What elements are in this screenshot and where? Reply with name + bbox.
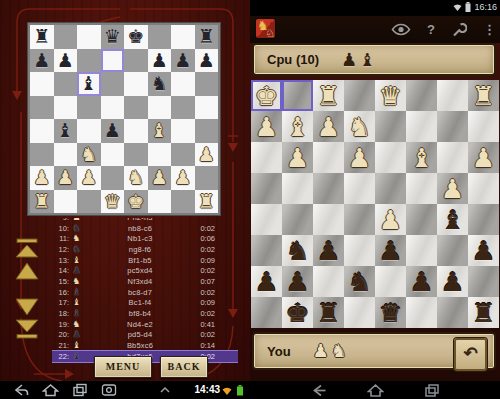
square-d2[interactable] [101,166,125,190]
square-e8[interactable]: ♚ [124,25,148,49]
scroll-back-button[interactable] [12,261,42,281]
square-h6[interactable] [195,72,219,96]
nav-back-icon[interactable] [13,383,29,397]
square-f2[interactable]: ♟ [148,166,172,190]
chess-app-icon[interactable]: ♞ ♘ [256,19,275,38]
captured-pawn-icon: ♟ [341,51,357,69]
piece-black-pawn: ♟ [379,238,402,264]
move-notation: Nb1-c3 [82,234,198,243]
square-a6[interactable]: ♟ [468,235,499,266]
move-notation: Ph2-h3 [82,218,198,222]
piece-white-pawn: ♟ [255,114,278,140]
move-list-row[interactable]: 13:♝Bf1-b50:09 [52,255,238,266]
move-list-row[interactable]: 11:♞Nb1-c30:06 [52,233,238,244]
square-d7[interactable] [375,266,406,297]
piece-black-pawn: ♟ [198,51,215,70]
piece-black-pawn: ♟ [286,269,309,295]
piece-black-knight: ♞ [348,269,371,295]
move-piece-icon: ♝ [71,256,82,265]
scroll-to-start-button[interactable] [12,238,42,258]
move-number: 15: [52,277,71,286]
piece-white-pawn: ♟ [198,145,215,164]
nav-back-icon-right[interactable] [311,383,327,398]
square-h7[interactable]: ♟ [195,49,219,73]
app-icon-pawn-glyph: ♘ [265,27,275,38]
battery-icon-left [236,385,244,396]
piece-black-bishop: ♝ [80,74,97,93]
square-h4[interactable] [251,173,282,204]
move-time: 0:02 [198,288,238,297]
piece-white-pawn: ♟ [472,145,495,171]
piece-black-pawn: ♟ [472,238,495,264]
square-d3[interactable] [375,142,406,173]
piece-white-rook: ♜ [198,192,215,211]
notification-caret-icon[interactable] [159,386,171,394]
square-f7[interactable] [313,266,344,297]
piece-black-pawn: ♟ [255,269,278,295]
piece-white-pawn: ♟ [317,114,340,140]
square-b4[interactable]: ♝ [54,119,78,143]
piece-white-bishop: ♝ [151,121,168,140]
square-c1[interactable] [406,80,437,111]
move-time: 0:02 [198,309,238,318]
move-notation: Bf1-b5 [82,256,198,265]
square-b6[interactable] [437,235,468,266]
square-c7[interactable]: ♟ [406,266,437,297]
square-b7[interactable]: ♟ [54,49,78,73]
help-icon[interactable]: ? [427,23,435,36]
square-f2[interactable]: ♟ [313,111,344,142]
square-a3[interactable] [30,143,54,167]
move-time: 0:09 [198,256,238,265]
square-b6[interactable] [54,72,78,96]
square-e3[interactable]: ♟ [344,142,375,173]
nav-recents-icon-right[interactable] [424,383,440,398]
square-g5[interactable] [171,96,195,120]
piece-white-pawn: ♟ [441,176,464,202]
square-e4[interactable] [124,119,148,143]
cpu-player-tray: Cpu (10) ♟♝ [252,43,496,76]
left-chess-app: ♜♛♚♜♟♟♟♟♟♝♞♝♟♝♞♟♟♟♟♞♟♟♜♛♚♜ 9:♟Ph2-h310:♞… [0,0,250,399]
piece-white-king: ♚ [255,83,278,109]
piece-black-knight: ♞ [286,238,309,264]
square-d2[interactable] [375,111,406,142]
move-number: 19: [52,320,71,329]
move-number: 22: [52,352,71,361]
square-g1[interactable] [282,80,313,111]
square-a1[interactable]: ♜ [468,80,499,111]
piece-black-knight: ♞ [151,74,168,93]
square-h2[interactable] [195,166,219,190]
square-e3[interactable] [124,143,148,167]
move-number: 14: [52,266,71,275]
square-b2[interactable]: ♟ [54,166,78,190]
square-f8[interactable]: ♜ [313,297,344,328]
square-a2[interactable] [468,111,499,142]
piece-white-rook: ♜ [33,192,50,211]
move-number: 17: [52,298,71,307]
square-a8[interactable]: ♜ [30,25,54,49]
piece-white-knight: ♞ [80,145,97,164]
move-number: 12: [52,245,71,254]
square-d6[interactable] [101,72,125,96]
chessboard-left: ♜♛♚♜♟♟♟♟♟♝♞♝♟♝♞♟♟♟♟♞♟♟♜♛♚♜ [28,23,220,215]
square-g2[interactable]: ♟ [171,166,195,190]
square-e6[interactable] [344,235,375,266]
human-player-name: You [267,344,291,359]
piece-white-pawn: ♟ [151,168,168,187]
square-a7[interactable] [468,266,499,297]
square-b3[interactable] [54,143,78,167]
move-list[interactable]: 9:♟Ph2-h310:♞nb8-c60:0211:♞Nb1-c30:0612:… [52,218,238,368]
square-h8[interactable] [251,297,282,328]
piece-white-bishop: ♝ [286,114,309,140]
clock-right: 16:16 [474,2,497,12]
square-h4[interactable] [195,119,219,143]
move-piece-icon: ♝ [71,341,82,350]
move-time: 0:02 [198,245,238,254]
square-c2[interactable] [406,111,437,142]
move-list-row[interactable]: 16:♝bc8-d70:02 [52,287,238,298]
scroll-forward-button[interactable] [12,297,42,317]
move-list-row[interactable]: 12:♞ng8-f60:02 [52,244,238,255]
square-h2[interactable]: ♟ [251,111,282,142]
square-e7[interactable]: ♞ [344,266,375,297]
piece-black-rook: ♜ [33,27,50,46]
piece-white-knight: ♞ [348,114,371,140]
piece-black-pawn: ♟ [33,51,50,70]
move-list-row[interactable]: 15:♞Nf3xd40:07 [52,276,238,287]
piece-white-rook: ♜ [317,83,340,109]
square-a4[interactable] [30,119,54,143]
move-list-row[interactable]: 19:♞Nd4-e20:41 [52,319,238,330]
move-time: 0:14 [198,341,238,350]
piece-white-pawn: ♟ [57,168,74,187]
move-number: 16: [52,288,71,297]
square-b7[interactable]: ♟ [437,266,468,297]
overflow-menu-icon[interactable]: ⋮ [483,23,496,36]
square-g2[interactable]: ♝ [282,111,313,142]
square-g3[interactable] [171,143,195,167]
move-list-row[interactable]: 21:♝Bb5xc60:14 [52,340,238,351]
piece-white-king: ♚ [127,192,144,211]
move-notation: pd5-d4 [82,330,198,339]
piece-white-pawn: ♟ [80,168,97,187]
square-c6[interactable] [406,235,437,266]
back-button[interactable]: BACK [160,356,208,378]
piece-white-pawn: ♟ [379,207,402,233]
cpu-player-name: Cpu (10) [267,52,319,67]
square-e5[interactable] [344,204,375,235]
move-time: 0:07 [198,277,238,286]
square-f1[interactable]: ♜ [313,80,344,111]
right-chess-app: 16:16 ♞ ♘ ? ⋮ [250,0,500,399]
square-c4[interactable] [77,119,101,143]
captured-pawn-icon: ♟ [313,342,329,360]
square-f1[interactable] [148,190,172,214]
move-time: 0:06 [198,234,238,243]
move-notation: Bc1-f4 [82,298,198,307]
square-e2[interactable]: ♞ [344,111,375,142]
piece-white-knight: ♞ [127,168,144,187]
nav-home-icon-right[interactable] [367,383,384,398]
wifi-icon-right [453,3,462,11]
move-notation: Nd4-e2 [82,320,198,329]
android-nav-bar-left: 14:43 [0,381,250,399]
square-c5[interactable] [406,204,437,235]
move-time: 0:02 [198,330,238,339]
piece-white-pawn: ♟ [286,145,309,171]
square-a3[interactable]: ♟ [468,142,499,173]
square-g6[interactable]: ♞ [282,235,313,266]
show-hint-eye-icon[interactable] [391,23,411,36]
square-g6[interactable] [171,72,195,96]
move-time: 0:02 [198,224,238,233]
dual-chess-screenshot: ♜♛♚♜♟♟♟♟♟♝♞♝♟♝♞♟♟♟♟♞♟♟♜♛♚♜ 9:♟Ph2-h310:♞… [0,0,500,399]
square-g5[interactable] [282,204,313,235]
square-b5[interactable] [54,96,78,120]
square-d1[interactable]: ♛ [375,80,406,111]
square-g8[interactable]: ♚ [282,297,313,328]
square-c2[interactable]: ♟ [77,166,101,190]
move-notation: pc5xd4 [82,266,198,275]
square-f3[interactable] [313,142,344,173]
square-d3[interactable] [101,143,125,167]
piece-black-bishop: ♝ [441,207,464,233]
square-a6[interactable] [30,72,54,96]
piece-white-pawn: ♟ [33,168,50,187]
move-notation: bf8-b4 [82,309,198,318]
square-c4[interactable] [406,173,437,204]
move-time: 0:41 [198,320,238,329]
captured-knight-icon: ♞ [331,342,347,360]
move-notation: ng8-f6 [82,245,198,254]
scroll-to-end-button[interactable] [12,319,42,339]
menu-button[interactable]: MENU [94,356,152,378]
square-a2[interactable]: ♟ [30,166,54,190]
square-d6[interactable]: ♟ [375,235,406,266]
move-notation: bc8-d7 [82,288,198,297]
move-time: 0:09 [198,298,238,307]
square-g4[interactable] [282,173,313,204]
square-h5[interactable] [195,96,219,120]
move-piece-icon: ♞ [71,224,82,233]
piece-black-pawn: ♟ [151,51,168,70]
square-c5[interactable] [77,96,101,120]
square-d4[interactable]: ♟ [101,119,125,143]
square-d1[interactable]: ♛ [101,190,125,214]
square-g4[interactable] [171,119,195,143]
square-b5[interactable]: ♝ [437,204,468,235]
square-b8[interactable] [54,25,78,49]
square-e4[interactable] [344,173,375,204]
square-h8[interactable]: ♜ [195,25,219,49]
piece-white-rook: ♜ [472,83,495,109]
captured-bishop-icon: ♝ [359,51,375,69]
square-a7[interactable]: ♟ [30,49,54,73]
square-e6[interactable] [124,72,148,96]
move-list-row[interactable]: 20:♟pd5-d40:02 [52,330,238,341]
app-action-bar: ♞ ♘ ? ⋮ [250,16,500,43]
move-notation: nb8-c6 [82,224,198,233]
square-g8[interactable] [171,25,195,49]
piece-black-queen: ♛ [379,300,402,326]
square-e7[interactable] [124,49,148,73]
move-piece-icon: ♝ [71,352,82,361]
square-e8[interactable] [344,297,375,328]
move-piece-icon: ♞ [71,320,82,329]
settings-wrench-icon[interactable] [451,22,467,38]
square-a1[interactable]: ♜ [30,190,54,214]
undo-move-button[interactable]: ↶ [454,338,487,371]
piece-black-rook: ♜ [198,27,215,46]
piece-black-king: ♚ [286,300,309,326]
square-g1[interactable] [171,190,195,214]
move-piece-icon: ♞ [71,234,82,243]
piece-white-queen: ♛ [104,192,121,211]
move-number: 9: [52,218,71,222]
square-h1[interactable]: ♚ [251,80,282,111]
move-list-row[interactable]: 17:♝Bc1-f40:09 [52,298,238,309]
square-a5[interactable] [30,96,54,120]
piece-black-bishop: ♝ [57,121,74,140]
battery-icon-right [465,2,471,12]
square-c1[interactable] [77,190,101,214]
square-g3[interactable]: ♟ [282,142,313,173]
move-piece-icon: ♝ [71,288,82,297]
piece-black-king: ♚ [127,27,144,46]
square-h6[interactable] [251,235,282,266]
android-status-bar: 16:16 [250,0,500,16]
nav-recents-icon[interactable] [72,383,88,397]
square-b3[interactable] [437,142,468,173]
square-d8[interactable]: ♛ [101,25,125,49]
square-f4[interactable] [313,173,344,204]
chessboard-right: ♚♜♛♜♟♝♟♞♟♟♝♟♟♟♝♞♟♟♟♟♟♞♟♟♚♜♛♜ [251,80,499,328]
move-piece-icon: ♝ [71,298,82,307]
piece-black-rook: ♜ [472,300,495,326]
square-a5[interactable] [468,204,499,235]
square-g7[interactable]: ♟ [171,49,195,73]
square-c7[interactable] [77,49,101,73]
move-piece-icon: ♟ [71,218,82,222]
square-a4[interactable] [468,173,499,204]
square-b8[interactable] [437,297,468,328]
square-f6[interactable]: ♞ [148,72,172,96]
square-f7[interactable]: ♟ [148,49,172,73]
screenshot-icon[interactable] [101,383,117,397]
square-e1[interactable]: ♚ [124,190,148,214]
human-captured-pieces: ♟♞ [313,342,347,360]
move-notation: Nf3xd4 [82,277,198,286]
square-c3[interactable]: ♞ [77,143,101,167]
move-number: 11: [52,234,71,243]
move-number: 18: [52,309,71,318]
square-c8[interactable] [406,297,437,328]
cpu-captured-pieces: ♟♝ [341,51,375,69]
square-h1[interactable]: ♜ [195,190,219,214]
square-b4[interactable]: ♟ [437,173,468,204]
move-notation: Bb5xc6 [82,341,198,350]
square-e1[interactable] [344,80,375,111]
square-f3[interactable] [148,143,172,167]
square-e2[interactable]: ♞ [124,166,148,190]
move-list-row[interactable]: 10:♞nb8-c60:02 [52,223,238,234]
square-d5[interactable]: ♟ [375,204,406,235]
piece-black-queen: ♛ [104,27,121,46]
square-f5[interactable] [313,204,344,235]
move-piece-icon: ♞ [71,277,82,286]
piece-black-pawn: ♟ [441,269,464,295]
piece-black-pawn: ♟ [104,121,121,140]
square-b2[interactable] [437,111,468,142]
move-list-row[interactable]: 18:♝bf8-b40:02 [52,308,238,319]
nav-home-icon[interactable] [42,383,59,397]
square-f8[interactable] [148,25,172,49]
square-c3[interactable]: ♝ [406,142,437,173]
move-time: 0:02 [198,266,238,275]
square-b1[interactable] [437,80,468,111]
square-f4[interactable]: ♝ [148,119,172,143]
move-number: 21: [52,341,71,350]
square-e5[interactable] [124,96,148,120]
wifi-icon-left [222,386,232,395]
piece-black-rook: ♜ [317,300,340,326]
square-c8[interactable] [77,25,101,49]
square-h3[interactable]: ♟ [195,143,219,167]
piece-white-queen: ♛ [379,83,402,109]
square-f5[interactable] [148,96,172,120]
square-a8[interactable]: ♜ [468,297,499,328]
move-number: 20: [52,330,71,339]
square-d7[interactable] [101,49,125,73]
move-number: 13: [52,256,71,265]
square-b1[interactable] [54,190,78,214]
clock-left: 14:43 [194,384,220,395]
piece-white-pawn: ♟ [348,145,371,171]
square-h3[interactable] [251,142,282,173]
move-number: 10: [52,224,71,233]
human-player-tray: You ♟♞ ↶ [252,332,496,370]
square-d4[interactable] [375,173,406,204]
square-d5[interactable] [101,96,125,120]
piece-white-pawn: ♟ [174,168,191,187]
piece-black-pawn: ♟ [174,51,191,70]
square-h5[interactable] [251,204,282,235]
move-piece-icon: ♟ [71,330,82,339]
piece-black-pawn: ♟ [410,269,433,295]
android-nav-bar-right [250,381,500,399]
square-g7[interactable]: ♟ [282,266,313,297]
move-piece-icon: ♟ [71,266,82,275]
move-list-row[interactable]: 14:♟pc5xd40:02 [52,265,238,276]
square-d8[interactable]: ♛ [375,297,406,328]
piece-white-bishop: ♝ [410,145,433,171]
move-piece-icon: ♝ [71,309,82,318]
move-piece-icon: ♞ [71,245,82,254]
piece-black-pawn: ♟ [317,238,340,264]
square-h7[interactable]: ♟ [251,266,282,297]
square-f6[interactable]: ♟ [313,235,344,266]
piece-black-pawn: ♟ [57,51,74,70]
square-c6[interactable]: ♝ [77,72,101,96]
